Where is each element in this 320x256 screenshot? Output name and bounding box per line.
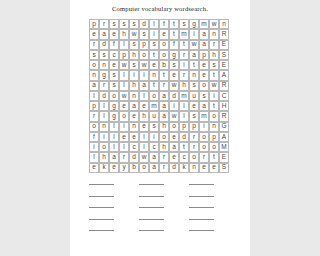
grid-cell-r14c13: t	[209, 152, 219, 162]
grid-cell-r5c4: w	[119, 60, 129, 70]
grid-cell-r6c6: i	[139, 70, 149, 80]
grid-cell-r13c6: l	[139, 142, 149, 152]
grid-cell-r10c11: s	[189, 111, 199, 121]
grid-cell-r9c8: a	[159, 101, 169, 111]
grid-cell-r2c8: e	[159, 29, 169, 39]
grid-cell-r11c1: o	[89, 122, 99, 132]
grid-cell-r14c7: a	[149, 152, 159, 162]
grid-cell-r13c11: r	[189, 142, 199, 152]
grid-cell-r2c6: s	[139, 29, 149, 39]
grid-cell-r6c12: e	[199, 70, 209, 80]
grid-cell-r4c1: s	[89, 50, 99, 60]
grid-cell-r13c2: o	[99, 142, 109, 152]
answer-blank-line	[189, 176, 214, 185]
grid-cell-r7c3: s	[109, 81, 119, 91]
grid-cell-r9c3: g	[109, 101, 119, 111]
grid-cell-r9c13: t	[209, 101, 219, 111]
grid-cell-r6c9: e	[169, 70, 179, 80]
grid-cell-r11c2: n	[99, 122, 109, 132]
grid-cell-r8c14: C	[219, 91, 229, 101]
grid-cell-r4c12: p	[199, 50, 209, 60]
grid-cell-r1c1: p	[89, 19, 99, 29]
answer-blank-line	[139, 176, 164, 185]
answer-blank-line	[89, 176, 114, 185]
grid-cell-r10c8: a	[159, 111, 169, 121]
grid-cell-r14c1: l	[89, 152, 99, 162]
grid-cell-r15c3: e	[109, 163, 119, 173]
grid-cell-r2c3: e	[109, 29, 119, 39]
grid-cell-r5c11: t	[189, 60, 199, 70]
grid-cell-r12c8: o	[159, 132, 169, 142]
grid-cell-r4c14: S	[219, 50, 229, 60]
grid-cell-r7c11: s	[189, 81, 199, 91]
grid-cell-r12c11: r	[189, 132, 199, 142]
grid-cell-r7c10: h	[179, 81, 189, 91]
answer-blank-line	[139, 211, 164, 220]
grid-cell-r15c5: b	[129, 163, 139, 173]
answer-blank-line	[189, 188, 214, 197]
grid-cell-r13c12: o	[199, 142, 209, 152]
grid-cell-r14c9: e	[169, 152, 179, 162]
grid-cell-r5c13: s	[209, 60, 219, 70]
grid-cell-r8c9: d	[169, 91, 179, 101]
grid-cell-r7c12: o	[199, 81, 209, 91]
grid-cell-r8c12: s	[199, 91, 209, 101]
grid-cell-r6c7: n	[149, 70, 159, 80]
answer-blank-line	[89, 211, 114, 220]
grid-cell-r11c12: i	[199, 122, 209, 132]
grid-cell-r14c5: d	[129, 152, 139, 162]
grid-cell-r13c4: l	[119, 142, 129, 152]
grid-cell-r7c4: l	[119, 81, 129, 91]
grid-cell-r8c3: o	[109, 91, 119, 101]
grid-cell-r2c11: i	[189, 29, 199, 39]
grid-cell-r1c14: n	[219, 19, 229, 29]
grid-cell-r1c2: r	[99, 19, 109, 29]
grid-cell-r6c8: t	[159, 70, 169, 80]
grid-cell-r8c5: n	[129, 91, 139, 101]
grid-cell-r9c11: e	[189, 101, 199, 111]
answer-blank-line	[139, 222, 164, 231]
grid-cell-r11c14: G	[219, 122, 229, 132]
grid-cell-r15c2: k	[99, 163, 109, 173]
grid-cell-r2c7: i	[149, 29, 159, 39]
grid-cell-r13c10: t	[179, 142, 189, 152]
grid-cell-r11c5: n	[129, 122, 139, 132]
grid-cell-r10c6: h	[139, 111, 149, 121]
wordsearch-grid: prsssdlftsgmwneaehwsietmianRrdflspsoftwa…	[89, 19, 229, 173]
grid-cell-r6c2: g	[99, 70, 109, 80]
grid-cell-r9c6: e	[139, 101, 149, 111]
answer-blank-line	[189, 222, 214, 231]
grid-cell-r12c14: A	[219, 132, 229, 142]
grid-cell-r6c10: r	[179, 70, 189, 80]
grid-cell-r10c9: w	[169, 111, 179, 121]
grid-cell-r11c11: p	[189, 122, 199, 132]
answer-blank-line	[89, 199, 114, 208]
grid-cell-r3c8: o	[159, 40, 169, 50]
grid-cell-r2c10: m	[179, 29, 189, 39]
grid-cell-r8c10: m	[179, 91, 189, 101]
grid-cell-r11c7: s	[149, 122, 159, 132]
grid-cell-r4c10: r	[179, 50, 189, 60]
grid-cell-r11c9: o	[169, 122, 179, 132]
grid-cell-r14c12: r	[199, 152, 209, 162]
grid-cell-r2c12: a	[199, 29, 209, 39]
grid-cell-r13c8: h	[159, 142, 169, 152]
grid-cell-r11c10: p	[179, 122, 189, 132]
grid-cell-r12c9: e	[169, 132, 179, 142]
grid-cell-r3c13: r	[209, 40, 219, 50]
answer-blanks	[89, 176, 214, 231]
grid-cell-r4c5: h	[129, 50, 139, 60]
grid-cell-r11c3: l	[109, 122, 119, 132]
grid-cell-r14c6: w	[139, 152, 149, 162]
grid-cell-r15c13: e	[209, 163, 219, 173]
grid-cell-r8c7: o	[149, 91, 159, 101]
grid-cell-r15c11: n	[189, 163, 199, 173]
grid-cell-r7c6: a	[139, 81, 149, 91]
grid-cell-r4c2: s	[99, 50, 109, 60]
grid-cell-r10c13: o	[209, 111, 219, 121]
answer-blank-line	[139, 188, 164, 197]
answer-blank-line	[189, 211, 214, 220]
grid-cell-r5c2: n	[99, 60, 109, 70]
grid-cell-r13c5: c	[129, 142, 139, 152]
grid-cell-r5c5: s	[129, 60, 139, 70]
grid-cell-r8c4: w	[119, 91, 129, 101]
grid-cell-r15c12: e	[199, 163, 209, 173]
grid-cell-r7c2: r	[99, 81, 109, 91]
grid-cell-r4c8: o	[159, 50, 169, 60]
grid-cell-r7c1: a	[89, 81, 99, 91]
grid-cell-r6c1: n	[89, 70, 99, 80]
grid-cell-r10c12: m	[199, 111, 209, 121]
grid-cell-r14c3: a	[109, 152, 119, 162]
grid-cell-r10c3: g	[109, 111, 119, 121]
grid-cell-r8c6: l	[139, 91, 149, 101]
grid-cell-r4c13: h	[209, 50, 219, 60]
grid-cell-r10c4: o	[119, 111, 129, 121]
grid-cell-r3c12: a	[199, 40, 209, 50]
grid-cell-r12c3: l	[109, 132, 119, 142]
grid-cell-r6c4: l	[119, 70, 129, 80]
grid-cell-r6c14: A	[219, 70, 229, 80]
grid-cell-r9c1: p	[89, 101, 99, 111]
grid-cell-r14c4: r	[119, 152, 129, 162]
grid-cell-r9c7: m	[149, 101, 159, 111]
grid-cell-r14c10: c	[179, 152, 189, 162]
grid-cell-r8c1: l	[89, 91, 99, 101]
grid-cell-r1c6: d	[139, 19, 149, 29]
grid-cell-r6c13: t	[209, 70, 219, 80]
grid-cell-r1c9: t	[169, 19, 179, 29]
answer-blank-line	[89, 222, 114, 231]
grid-cell-r12c7: i	[149, 132, 159, 142]
grid-cell-r3c11: w	[189, 40, 199, 50]
grid-cell-r2c1: e	[89, 29, 99, 39]
grid-cell-r1c7: l	[149, 19, 159, 29]
grid-cell-r7c5: h	[129, 81, 139, 91]
grid-cell-r4c11: a	[189, 50, 199, 60]
grid-cell-r15c8: r	[159, 163, 169, 173]
grid-cell-r8c8: a	[159, 91, 169, 101]
grid-cell-r15c1: e	[89, 163, 99, 173]
grid-cell-r15c7: a	[149, 163, 159, 173]
grid-cell-r6c5: i	[129, 70, 139, 80]
grid-cell-r1c3: s	[109, 19, 119, 29]
grid-cell-r12c5: e	[129, 132, 139, 142]
grid-cell-r5c7: e	[149, 60, 159, 70]
grid-cell-r2c4: h	[119, 29, 129, 39]
grid-cell-r14c11: o	[189, 152, 199, 162]
grid-cell-r3c7: s	[149, 40, 159, 50]
grid-cell-r5c14: E	[219, 60, 229, 70]
grid-cell-r11c8: h	[159, 122, 169, 132]
grid-cell-r9c14: H	[219, 101, 229, 111]
grid-cell-r1c8: f	[159, 19, 169, 29]
grid-cell-r13c3: l	[109, 142, 119, 152]
grid-cell-r12c10: d	[179, 132, 189, 142]
grid-cell-r12c12: o	[199, 132, 209, 142]
grid-cell-r1c4: s	[119, 19, 129, 29]
grid-cell-r8c2: d	[99, 91, 109, 101]
grid-cell-r3c2: d	[99, 40, 109, 50]
grid-cell-r2c9: t	[169, 29, 179, 39]
grid-cell-r12c1: f	[89, 132, 99, 142]
grid-cell-r14c14: E	[219, 152, 229, 162]
grid-cell-r11c6: e	[139, 122, 149, 132]
grid-cell-r3c10: t	[179, 40, 189, 50]
grid-cell-r12c13: p	[209, 132, 219, 142]
grid-cell-r15c9: d	[169, 163, 179, 173]
grid-cell-r9c10: l	[179, 101, 189, 111]
grid-cell-r5c1: o	[89, 60, 99, 70]
grid-cell-r5c12: e	[199, 60, 209, 70]
grid-cell-r12c2: i	[99, 132, 109, 142]
grid-cell-r7c7: t	[149, 81, 159, 91]
grid-cell-r4c7: t	[149, 50, 159, 60]
grid-cell-r2c13: n	[209, 29, 219, 39]
grid-cell-r9c2: l	[99, 101, 109, 111]
grid-cell-r3c5: s	[129, 40, 139, 50]
grid-cell-r11c13: n	[209, 122, 219, 132]
grid-cell-r13c13: o	[209, 142, 219, 152]
grid-cell-r8c13: i	[209, 91, 219, 101]
grid-cell-r3c6: p	[139, 40, 149, 50]
grid-cell-r9c4: e	[119, 101, 129, 111]
grid-cell-r2c14: R	[219, 29, 229, 39]
grid-cell-r2c5: w	[129, 29, 139, 39]
answer-blank-line	[189, 199, 214, 208]
grid-cell-r15c4: y	[119, 163, 129, 173]
grid-cell-r11c4: i	[119, 122, 129, 132]
grid-cell-r9c9: i	[169, 101, 179, 111]
grid-cell-r10c5: e	[129, 111, 139, 121]
grid-cell-r2c2: a	[99, 29, 109, 39]
grid-cell-r5c3: e	[109, 60, 119, 70]
answer-blank-line	[89, 188, 114, 197]
grid-cell-r15c6: o	[139, 163, 149, 173]
grid-cell-r1c11: g	[189, 19, 199, 29]
grid-cell-r3c3: f	[109, 40, 119, 50]
grid-cell-r7c9: w	[169, 81, 179, 91]
grid-cell-r7c14: R	[219, 81, 229, 91]
grid-cell-r10c10: l	[179, 111, 189, 121]
grid-cell-r10c14: R	[219, 111, 229, 121]
grid-cell-r7c13: w	[209, 81, 219, 91]
grid-cell-r5c6: w	[139, 60, 149, 70]
grid-cell-r1c12: m	[199, 19, 209, 29]
grid-cell-r13c9: a	[169, 142, 179, 152]
grid-cell-r9c5: a	[129, 101, 139, 111]
grid-cell-r7c8: r	[159, 81, 169, 91]
grid-cell-r12c4: e	[119, 132, 129, 142]
grid-cell-r15c10: k	[179, 163, 189, 173]
grid-cell-r14c8: r	[159, 152, 169, 162]
grid-cell-r3c4: l	[119, 40, 129, 50]
grid-cell-r14c2: h	[99, 152, 109, 162]
grid-cell-r1c13: w	[209, 19, 219, 29]
grid-cell-r4c9: g	[169, 50, 179, 60]
grid-cell-r3c1: r	[89, 40, 99, 50]
answer-blank-line	[139, 199, 164, 208]
grid-cell-r5c8: b	[159, 60, 169, 70]
grid-cell-r4c3: c	[109, 50, 119, 60]
grid-cell-r9c12: a	[199, 101, 209, 111]
grid-cell-r4c4: p	[119, 50, 129, 60]
grid-cell-r10c2: l	[99, 111, 109, 121]
grid-cell-r4c6: o	[139, 50, 149, 60]
grid-cell-r6c3: s	[109, 70, 119, 80]
grid-cell-r10c7: u	[149, 111, 159, 121]
grid-cell-r15c14: S	[219, 163, 229, 173]
grid-cell-r1c5: s	[129, 19, 139, 29]
worksheet-title: Computer vocabulary wordsearch.	[70, 5, 250, 12]
grid-cell-r13c1: i	[89, 142, 99, 152]
grid-cell-r5c9: s	[169, 60, 179, 70]
grid-cell-r5c10: i	[179, 60, 189, 70]
grid-cell-r12c6: l	[139, 132, 149, 142]
grid-cell-r10c1: r	[89, 111, 99, 121]
grid-cell-r6c11: n	[189, 70, 199, 80]
grid-cell-r3c14: E	[219, 40, 229, 50]
grid-cell-r8c11: u	[189, 91, 199, 101]
grid-cell-r13c14: M	[219, 142, 229, 152]
grid-cell-r3c9: f	[169, 40, 179, 50]
grid-cell-r13c7: c	[149, 142, 159, 152]
worksheet-page: Computer vocabulary wordsearch. prsssdlf…	[70, 0, 250, 256]
grid-cell-r1c10: s	[179, 19, 189, 29]
